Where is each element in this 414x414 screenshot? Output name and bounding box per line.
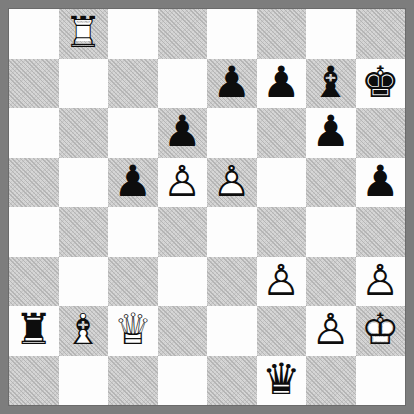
square-c3[interactable] xyxy=(108,257,158,307)
square-c6[interactable] xyxy=(108,108,158,158)
square-h8[interactable] xyxy=(356,9,406,59)
square-h3[interactable]: ♟♙ xyxy=(356,257,406,307)
black-pawn-icon: ♟ xyxy=(158,108,208,158)
square-f7[interactable]: ♟ xyxy=(257,59,307,109)
square-h1[interactable] xyxy=(356,356,406,406)
white-pawn-icon: ♟♙ xyxy=(306,306,356,356)
square-h7[interactable]: ♚ xyxy=(356,59,406,109)
square-c7[interactable] xyxy=(108,59,158,109)
square-d4[interactable] xyxy=(158,207,208,257)
square-c5[interactable]: ♟ xyxy=(108,158,158,208)
square-c4[interactable] xyxy=(108,207,158,257)
square-e5[interactable]: ♟♙ xyxy=(207,158,257,208)
square-f2[interactable] xyxy=(257,306,307,356)
black-queen-icon: ♛ xyxy=(257,356,307,406)
square-g2[interactable]: ♟♙ xyxy=(306,306,356,356)
white-pawn-icon: ♟♙ xyxy=(257,257,307,307)
square-b4[interactable] xyxy=(59,207,109,257)
square-b1[interactable] xyxy=(59,356,109,406)
square-f6[interactable] xyxy=(257,108,307,158)
square-c8[interactable] xyxy=(108,9,158,59)
white-queen-icon: ♛♕ xyxy=(108,306,158,356)
black-pawn-icon: ♟ xyxy=(306,108,356,158)
square-a2[interactable]: ♜ xyxy=(9,306,59,356)
square-b2[interactable]: ♝♗ xyxy=(59,306,109,356)
white-rook-icon: ♜♖ xyxy=(59,9,109,59)
square-a6[interactable] xyxy=(9,108,59,158)
square-d2[interactable] xyxy=(158,306,208,356)
white-pawn-icon: ♟♙ xyxy=(356,257,406,307)
square-e6[interactable] xyxy=(207,108,257,158)
square-c2[interactable]: ♛♕ xyxy=(108,306,158,356)
black-pawn-icon: ♟ xyxy=(356,158,406,208)
square-b6[interactable] xyxy=(59,108,109,158)
square-f1[interactable]: ♛ xyxy=(257,356,307,406)
square-e1[interactable] xyxy=(207,356,257,406)
black-rook-icon: ♜ xyxy=(9,306,59,356)
square-f8[interactable] xyxy=(257,9,307,59)
black-pawn-icon: ♟ xyxy=(257,59,307,109)
square-g3[interactable] xyxy=(306,257,356,307)
square-a8[interactable] xyxy=(9,9,59,59)
black-king-icon: ♚ xyxy=(356,59,406,109)
square-a4[interactable] xyxy=(9,207,59,257)
square-d7[interactable] xyxy=(158,59,208,109)
square-h4[interactable] xyxy=(356,207,406,257)
square-f3[interactable]: ♟♙ xyxy=(257,257,307,307)
square-d6[interactable]: ♟ xyxy=(158,108,208,158)
square-e7[interactable]: ♟ xyxy=(207,59,257,109)
square-d3[interactable] xyxy=(158,257,208,307)
square-g1[interactable] xyxy=(306,356,356,406)
square-b3[interactable] xyxy=(59,257,109,307)
black-bishop-icon: ♝ xyxy=(306,59,356,109)
square-g5[interactable] xyxy=(306,158,356,208)
square-b7[interactable] xyxy=(59,59,109,109)
square-g6[interactable]: ♟ xyxy=(306,108,356,158)
square-g4[interactable] xyxy=(306,207,356,257)
white-bishop-icon: ♝♗ xyxy=(59,306,109,356)
square-e3[interactable] xyxy=(207,257,257,307)
black-pawn-icon: ♟ xyxy=(207,59,257,109)
square-d5[interactable]: ♟♙ xyxy=(158,158,208,208)
black-pawn-icon: ♟ xyxy=(108,158,158,208)
square-b5[interactable] xyxy=(59,158,109,208)
square-e8[interactable] xyxy=(207,9,257,59)
square-a1[interactable] xyxy=(9,356,59,406)
square-d8[interactable] xyxy=(158,9,208,59)
square-h2[interactable]: ♚♔ xyxy=(356,306,406,356)
square-c1[interactable] xyxy=(108,356,158,406)
white-pawn-icon: ♟♙ xyxy=(158,158,208,208)
white-king-icon: ♚♔ xyxy=(356,306,406,356)
chess-board-frame: ♜♖♟♟♝♚♟♟♟♟♙♟♙♟♟♙♟♙♜♝♗♛♕♟♙♚♔♛ xyxy=(0,0,414,414)
white-pawn-icon: ♟♙ xyxy=(207,158,257,208)
square-g7[interactable]: ♝ xyxy=(306,59,356,109)
square-g8[interactable] xyxy=(306,9,356,59)
square-d1[interactable] xyxy=(158,356,208,406)
square-b8[interactable]: ♜♖ xyxy=(59,9,109,59)
square-h5[interactable]: ♟ xyxy=(356,158,406,208)
square-e4[interactable] xyxy=(207,207,257,257)
square-a5[interactable] xyxy=(9,158,59,208)
square-a7[interactable] xyxy=(9,59,59,109)
square-f4[interactable] xyxy=(257,207,307,257)
square-a3[interactable] xyxy=(9,257,59,307)
square-h6[interactable] xyxy=(356,108,406,158)
square-e2[interactable] xyxy=(207,306,257,356)
chess-board: ♜♖♟♟♝♚♟♟♟♟♙♟♙♟♟♙♟♙♜♝♗♛♕♟♙♚♔♛ xyxy=(9,9,405,405)
square-f5[interactable] xyxy=(257,158,307,208)
